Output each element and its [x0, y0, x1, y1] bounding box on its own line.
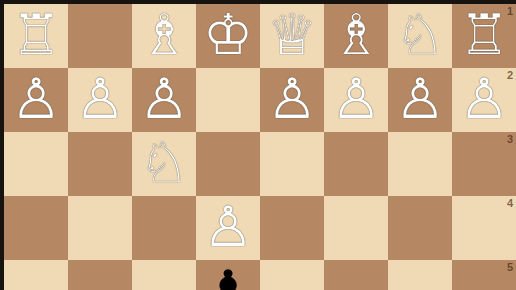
- square-a2[interactable]: ♙2: [452, 68, 516, 132]
- square-h3[interactable]: [4, 132, 68, 196]
- white-pawn[interactable]: ♙: [68, 68, 132, 132]
- white-pawn[interactable]: ♙: [196, 196, 260, 260]
- square-d4[interactable]: [260, 196, 324, 260]
- square-g2[interactable]: ♙: [68, 68, 132, 132]
- board-left-border: [0, 0, 4, 290]
- white-pawn[interactable]: ♙: [324, 68, 388, 132]
- square-b2[interactable]: ♙: [388, 68, 452, 132]
- square-c4[interactable]: [324, 196, 388, 260]
- black-pawn[interactable]: ♟: [196, 260, 260, 290]
- square-a1[interactable]: ♖1: [452, 4, 516, 68]
- square-e4[interactable]: ♙: [196, 196, 260, 260]
- square-e2[interactable]: [196, 68, 260, 132]
- square-b3[interactable]: [388, 132, 452, 196]
- square-e3[interactable]: [196, 132, 260, 196]
- square-d1[interactable]: ♕: [260, 4, 324, 68]
- white-pawn[interactable]: ♙: [132, 68, 196, 132]
- square-g5[interactable]: [68, 260, 132, 290]
- white-rook[interactable]: ♖: [452, 4, 516, 68]
- square-b4[interactable]: [388, 196, 452, 260]
- square-f5[interactable]: [132, 260, 196, 290]
- square-h2[interactable]: ♙: [4, 68, 68, 132]
- square-b1[interactable]: ♘: [388, 4, 452, 68]
- square-e1[interactable]: ♔: [196, 4, 260, 68]
- square-h1[interactable]: ♖: [4, 4, 68, 68]
- white-pawn[interactable]: ♙: [452, 68, 516, 132]
- square-h4[interactable]: [4, 196, 68, 260]
- square-f3[interactable]: ♘: [132, 132, 196, 196]
- white-bishop[interactable]: ♗: [132, 4, 196, 68]
- square-h5[interactable]: [4, 260, 68, 290]
- board-top-border: [0, 0, 516, 4]
- white-queen[interactable]: ♕: [260, 4, 324, 68]
- square-g4[interactable]: [68, 196, 132, 260]
- white-knight[interactable]: ♘: [132, 132, 196, 196]
- square-c2[interactable]: ♙: [324, 68, 388, 132]
- square-f1[interactable]: ♗: [132, 4, 196, 68]
- square-e5[interactable]: ♟: [196, 260, 260, 290]
- square-f4[interactable]: [132, 196, 196, 260]
- white-bishop[interactable]: ♗: [324, 4, 388, 68]
- rank-label-5: 5: [507, 261, 513, 273]
- square-a3[interactable]: 3: [452, 132, 516, 196]
- square-d5[interactable]: [260, 260, 324, 290]
- square-b5[interactable]: [388, 260, 452, 290]
- square-g3[interactable]: [68, 132, 132, 196]
- white-pawn[interactable]: ♙: [388, 68, 452, 132]
- chess-app-screen: ♖♗♔♕♗♘♖1♙♙♙♙♙♙♙2♘3♙4♟5: [0, 0, 516, 290]
- square-d3[interactable]: [260, 132, 324, 196]
- square-a4[interactable]: 4: [452, 196, 516, 260]
- white-king[interactable]: ♔: [196, 4, 260, 68]
- rank-label-4: 4: [507, 197, 513, 209]
- square-g1[interactable]: [68, 4, 132, 68]
- white-pawn[interactable]: ♙: [4, 68, 68, 132]
- white-rook[interactable]: ♖: [4, 4, 68, 68]
- white-pawn[interactable]: ♙: [260, 68, 324, 132]
- square-c1[interactable]: ♗: [324, 4, 388, 68]
- rank-label-3: 3: [507, 133, 513, 145]
- chess-board: ♖♗♔♕♗♘♖1♙♙♙♙♙♙♙2♘3♙4♟5: [4, 4, 516, 290]
- square-a5[interactable]: 5: [452, 260, 516, 290]
- square-c5[interactable]: [324, 260, 388, 290]
- white-knight[interactable]: ♘: [388, 4, 452, 68]
- square-d2[interactable]: ♙: [260, 68, 324, 132]
- square-f2[interactable]: ♙: [132, 68, 196, 132]
- square-c3[interactable]: [324, 132, 388, 196]
